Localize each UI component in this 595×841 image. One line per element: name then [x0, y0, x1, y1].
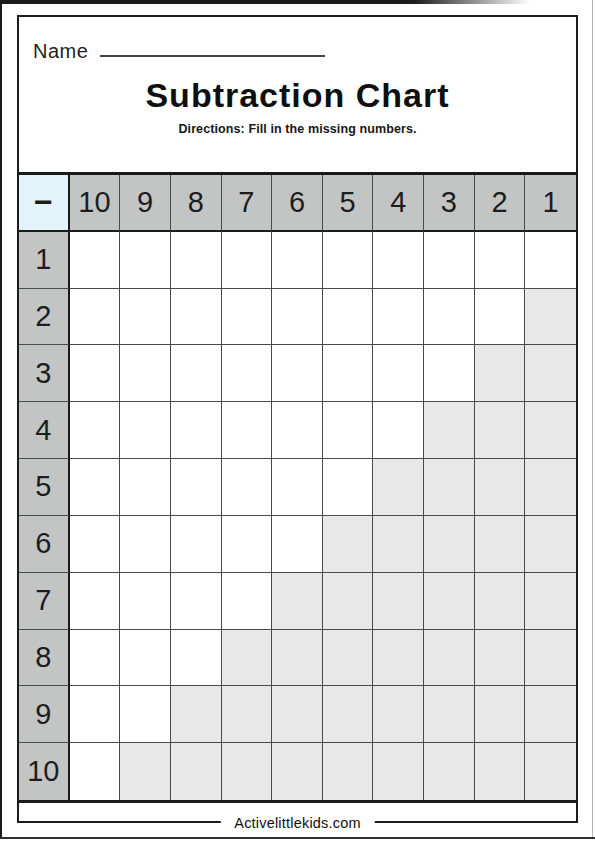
- column-header-1: 1: [525, 175, 576, 232]
- answer-cell-r5-c9[interactable]: [120, 459, 171, 516]
- answer-cell-r7-c7[interactable]: [222, 573, 273, 630]
- answer-cell-r2-c6[interactable]: [272, 289, 323, 346]
- answer-cell-r1-c7[interactable]: [222, 232, 273, 289]
- answer-cell-r1-c8[interactable]: [171, 232, 222, 289]
- answer-cell-r10-c10[interactable]: [70, 743, 121, 800]
- answer-cell-r4-c10[interactable]: [70, 402, 121, 459]
- answer-cell-r2-c5[interactable]: [323, 289, 374, 346]
- blocked-cell-r7-c6: [272, 573, 323, 630]
- column-header-2: 2: [475, 175, 526, 232]
- blocked-cell-r8-c7: [222, 630, 273, 687]
- answer-cell-r3-c6[interactable]: [272, 345, 323, 402]
- blocked-cell-r8-c3: [424, 630, 475, 687]
- column-header-3: 3: [424, 175, 475, 232]
- blocked-cell-r9-c8: [171, 686, 222, 743]
- blocked-cell-r9-c1: [525, 686, 576, 743]
- answer-cell-r4-c7[interactable]: [222, 402, 273, 459]
- answer-cell-r5-c6[interactable]: [272, 459, 323, 516]
- answer-cell-r1-c3[interactable]: [424, 232, 475, 289]
- answer-cell-r2-c3[interactable]: [424, 289, 475, 346]
- blocked-cell-r5-c3: [424, 459, 475, 516]
- answer-cell-r3-c5[interactable]: [323, 345, 374, 402]
- answer-cell-r6-c10[interactable]: [70, 516, 121, 573]
- blocked-cell-r10-c1: [525, 743, 576, 800]
- answer-cell-r1-c1[interactable]: [525, 232, 576, 289]
- row-header-3: 3: [19, 345, 70, 402]
- subtraction-grid: −1098765432112345678910: [17, 172, 578, 803]
- answer-cell-r1-c6[interactable]: [272, 232, 323, 289]
- row-header-4: 4: [19, 402, 70, 459]
- worksheet-page: Name Subtraction Chart Directions: Fill …: [0, 0, 595, 841]
- answer-cell-r5-c8[interactable]: [171, 459, 222, 516]
- answer-cell-r3-c9[interactable]: [120, 345, 171, 402]
- answer-cell-r6-c6[interactable]: [272, 516, 323, 573]
- blocked-cell-r9-c5: [323, 686, 374, 743]
- blocked-cell-r8-c6: [272, 630, 323, 687]
- blocked-cell-r10-c6: [272, 743, 323, 800]
- answer-cell-r5-c7[interactable]: [222, 459, 273, 516]
- blocked-cell-r4-c1: [525, 402, 576, 459]
- answer-cell-r6-c7[interactable]: [222, 516, 273, 573]
- row-header-9: 9: [19, 686, 70, 743]
- blocked-cell-r8-c5: [323, 630, 374, 687]
- answer-cell-r4-c5[interactable]: [323, 402, 374, 459]
- row-header-7: 7: [19, 573, 70, 630]
- answer-cell-r8-c8[interactable]: [171, 630, 222, 687]
- answer-cell-r9-c10[interactable]: [70, 686, 121, 743]
- column-header-8: 8: [171, 175, 222, 232]
- answer-cell-r2-c4[interactable]: [373, 289, 424, 346]
- row-header-5: 5: [19, 459, 70, 516]
- answer-cell-r1-c4[interactable]: [373, 232, 424, 289]
- row-header-2: 2: [19, 289, 70, 346]
- page-title: Subtraction Chart: [0, 76, 595, 115]
- row-header-1: 1: [19, 232, 70, 289]
- column-header-7: 7: [222, 175, 273, 232]
- blocked-cell-r6-c5: [323, 516, 374, 573]
- answer-cell-r2-c9[interactable]: [120, 289, 171, 346]
- answer-cell-r6-c9[interactable]: [120, 516, 171, 573]
- blocked-cell-r10-c8: [171, 743, 222, 800]
- column-header-10: 10: [70, 175, 121, 232]
- answer-cell-r4-c8[interactable]: [171, 402, 222, 459]
- name-input-line[interactable]: [100, 36, 325, 57]
- blocked-cell-r7-c5: [323, 573, 374, 630]
- answer-cell-r3-c10[interactable]: [70, 345, 121, 402]
- blocked-cell-r5-c1: [525, 459, 576, 516]
- blocked-cell-r2-c1: [525, 289, 576, 346]
- answer-cell-r3-c3[interactable]: [424, 345, 475, 402]
- answer-cell-r7-c10[interactable]: [70, 573, 121, 630]
- blocked-cell-r7-c4: [373, 573, 424, 630]
- blocked-cell-r9-c4: [373, 686, 424, 743]
- blocked-cell-r4-c2: [475, 402, 526, 459]
- answer-cell-r5-c5[interactable]: [323, 459, 374, 516]
- column-header-5: 5: [323, 175, 374, 232]
- name-label: Name: [33, 40, 88, 62]
- answer-cell-r2-c2[interactable]: [475, 289, 526, 346]
- blocked-cell-r6-c2: [475, 516, 526, 573]
- answer-cell-r2-c8[interactable]: [171, 289, 222, 346]
- blocked-cell-r7-c3: [424, 573, 475, 630]
- answer-cell-r3-c8[interactable]: [171, 345, 222, 402]
- blocked-cell-r10-c4: [373, 743, 424, 800]
- blocked-cell-r5-c2: [475, 459, 526, 516]
- blocked-cell-r3-c2: [475, 345, 526, 402]
- answer-cell-r8-c10[interactable]: [70, 630, 121, 687]
- answer-cell-r1-c5[interactable]: [323, 232, 374, 289]
- answer-cell-r7-c9[interactable]: [120, 573, 171, 630]
- blocked-cell-r8-c2: [475, 630, 526, 687]
- column-header-4: 4: [373, 175, 424, 232]
- row-header-6: 6: [19, 516, 70, 573]
- answer-cell-r2-c10[interactable]: [70, 289, 121, 346]
- answer-cell-r6-c8[interactable]: [171, 516, 222, 573]
- answer-cell-r1-c10[interactable]: [70, 232, 121, 289]
- answer-cell-r3-c7[interactable]: [222, 345, 273, 402]
- blocked-cell-r10-c9: [120, 743, 171, 800]
- blocked-cell-r10-c2: [475, 743, 526, 800]
- answer-cell-r1-c9[interactable]: [120, 232, 171, 289]
- column-header-6: 6: [272, 175, 323, 232]
- blocked-cell-r9-c6: [272, 686, 323, 743]
- answer-cell-r8-c9[interactable]: [120, 630, 171, 687]
- page-edge-line: [0, 0, 530, 4]
- blocked-cell-r10-c5: [323, 743, 374, 800]
- answer-cell-r5-c10[interactable]: [70, 459, 121, 516]
- blocked-cell-r7-c1: [525, 573, 576, 630]
- directions-text: Directions: Fill in the missing numbers.: [0, 122, 595, 136]
- answer-cell-r1-c2[interactable]: [475, 232, 526, 289]
- blocked-cell-r5-c4: [373, 459, 424, 516]
- answer-cell-r4-c6[interactable]: [272, 402, 323, 459]
- answer-cell-r3-c4[interactable]: [373, 345, 424, 402]
- answer-cell-r4-c4[interactable]: [373, 402, 424, 459]
- blocked-cell-r8-c1: [525, 630, 576, 687]
- blocked-cell-r8-c4: [373, 630, 424, 687]
- blocked-cell-r6-c3: [424, 516, 475, 573]
- blocked-cell-r9-c7: [222, 686, 273, 743]
- answer-cell-r9-c9[interactable]: [120, 686, 171, 743]
- row-header-10: 10: [19, 743, 70, 800]
- answer-cell-r4-c9[interactable]: [120, 402, 171, 459]
- blocked-cell-r10-c7: [222, 743, 273, 800]
- footer-site-label: Activelittlekids.com: [220, 815, 374, 831]
- blocked-cell-r10-c3: [424, 743, 475, 800]
- row-header-8: 8: [19, 630, 70, 687]
- blocked-cell-r9-c2: [475, 686, 526, 743]
- blocked-cell-r7-c2: [475, 573, 526, 630]
- blocked-cell-r3-c1: [525, 345, 576, 402]
- page-edge-line: [0, 837, 595, 839]
- answer-cell-r7-c8[interactable]: [171, 573, 222, 630]
- blocked-cell-r6-c4: [373, 516, 424, 573]
- blocked-cell-r4-c3: [424, 402, 475, 459]
- blocked-cell-r9-c3: [424, 686, 475, 743]
- minus-operator-corner-cell: −: [19, 175, 70, 232]
- blocked-cell-r6-c1: [525, 516, 576, 573]
- column-header-9: 9: [120, 175, 171, 232]
- answer-cell-r2-c7[interactable]: [222, 289, 273, 346]
